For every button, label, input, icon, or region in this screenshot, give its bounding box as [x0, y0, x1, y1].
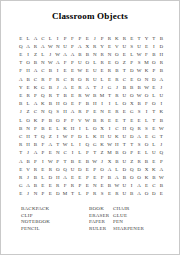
- grid-cell: V: [76, 116, 83, 124]
- grid-cell: L: [113, 165, 120, 173]
- page-title: Classroom Objects: [1, 11, 179, 21]
- grid-cell: L: [113, 100, 120, 108]
- grid-cell: L: [128, 50, 135, 58]
- grid-cell: T: [128, 141, 135, 149]
- grid-cell: R: [24, 91, 31, 99]
- grid-cell: T: [69, 190, 76, 198]
- grid-cell: T: [121, 67, 128, 75]
- grid-cell: B: [128, 83, 135, 91]
- grid-cell: R: [54, 182, 61, 190]
- grid-cell: E: [150, 157, 157, 165]
- grid-cell: W: [61, 141, 68, 149]
- grid-cell: N: [39, 108, 46, 116]
- grid-cell: C: [17, 132, 24, 140]
- grid-cell: A: [135, 132, 142, 140]
- grid-cell: B: [113, 149, 120, 157]
- grid-cell: P: [69, 59, 76, 67]
- word-column-2: BOOKERASERPAPERRULER: [89, 206, 109, 232]
- grid-cell: O: [128, 91, 135, 99]
- grid-cell: G: [150, 132, 157, 140]
- grid-cell: E: [158, 190, 165, 198]
- grid-cell: B: [84, 100, 91, 108]
- grid-cell: J: [98, 83, 105, 91]
- grid-cell: F: [69, 132, 76, 140]
- grid-cell: R: [39, 75, 46, 83]
- grid-cell: U: [121, 190, 128, 198]
- grid-cell: W: [84, 116, 91, 124]
- grid-cell: B: [84, 157, 91, 165]
- grid-cell: K: [39, 100, 46, 108]
- grid-cell: D: [135, 165, 142, 173]
- grid-cell: O: [91, 124, 98, 132]
- grid-cell: H: [91, 100, 98, 108]
- grid-cell: B: [69, 157, 76, 165]
- grid-cell: I: [24, 50, 31, 58]
- grid-cell: F: [76, 100, 83, 108]
- grid-cell: Q: [39, 132, 46, 140]
- grid-cell: H: [69, 124, 76, 132]
- grid-cell: B: [158, 34, 165, 42]
- grid-cell: Z: [98, 149, 105, 157]
- grid-cell: O: [113, 50, 120, 58]
- grid-cell: O: [143, 190, 150, 198]
- grid-cell: E: [113, 116, 120, 124]
- grid-cell: E: [121, 108, 128, 116]
- grid-cell: N: [91, 50, 98, 58]
- grid-cell: U: [135, 42, 142, 50]
- grid-cell: E: [47, 190, 54, 198]
- grid-cell: E: [84, 165, 91, 173]
- grid-cell: R: [113, 91, 120, 99]
- grid-cell: P: [32, 124, 39, 132]
- grid-cell: W: [143, 83, 150, 91]
- grid-cell: C: [61, 149, 68, 157]
- grid-cell: R: [106, 67, 113, 75]
- grid-cell: R: [17, 141, 24, 149]
- grid-cell: W: [106, 141, 113, 149]
- grid-cell: A: [158, 75, 165, 83]
- grid-cell: N: [91, 182, 98, 190]
- grid-cell: E: [98, 182, 105, 190]
- grid-cell: C: [32, 75, 39, 83]
- grid-cell: S: [98, 190, 105, 198]
- grid-cell: E: [69, 67, 76, 75]
- grid-cell: E: [128, 116, 135, 124]
- grid-cell: I: [106, 100, 113, 108]
- grid-cell: E: [143, 132, 150, 140]
- grid-cell: E: [91, 173, 98, 181]
- grid-cell: F: [39, 141, 46, 149]
- grid-cell: I: [76, 141, 83, 149]
- grid-cell: E: [98, 67, 105, 75]
- grid-cell: N: [54, 149, 61, 157]
- grid-cell: M: [106, 149, 113, 157]
- grid-cell: Q: [128, 165, 135, 173]
- grid-cell: I: [76, 124, 83, 132]
- grid-cell: T: [121, 116, 128, 124]
- grid-cell: K: [61, 124, 68, 132]
- word-list-item: CHAIR: [113, 206, 144, 213]
- grid-cell: R: [17, 173, 24, 181]
- grid-cell: C: [113, 124, 120, 132]
- grid-cell: E: [69, 83, 76, 91]
- grid-cell: U: [121, 157, 128, 165]
- grid-cell: E: [47, 124, 54, 132]
- grid-cell: E: [84, 182, 91, 190]
- worksheet-page: Classroom Objects ELACLIPFPEJPRKRETYTBQA…: [0, 0, 180, 255]
- grid-cell: P: [158, 157, 165, 165]
- grid-cell: T: [91, 149, 98, 157]
- grid-cell: E: [84, 34, 91, 42]
- grid-cell: E: [39, 182, 46, 190]
- grid-cell: P: [54, 157, 61, 165]
- grid-cell: B: [150, 50, 157, 58]
- grid-cell: T: [17, 59, 24, 67]
- grid-cell: L: [150, 91, 157, 99]
- grid-cell: L: [39, 173, 46, 181]
- grid-cell: O: [84, 59, 91, 67]
- grid-cell: L: [24, 100, 31, 108]
- grid-cell: B: [24, 157, 31, 165]
- grid-cell: C: [121, 75, 128, 83]
- grid-cell: C: [150, 182, 157, 190]
- grid-cell: D: [121, 165, 128, 173]
- word-list-item: BACKPACK: [21, 206, 50, 213]
- grid-cell: L: [84, 124, 91, 132]
- grid-cell: U: [121, 42, 128, 50]
- grid-cell: T: [106, 91, 113, 99]
- grid-cell: G: [39, 83, 46, 91]
- grid-cell: P: [84, 108, 91, 116]
- grid-cell: L: [143, 116, 150, 124]
- grid-cell: L: [84, 132, 91, 140]
- grid-cell: A: [113, 173, 120, 181]
- grid-cell: J: [24, 173, 31, 181]
- grid-cell: F: [69, 34, 76, 42]
- grid-cell: R: [98, 59, 105, 67]
- grid-cell: E: [106, 190, 113, 198]
- grid-cell: B: [17, 124, 24, 132]
- grid-cell: D: [47, 173, 54, 181]
- grid-cell: I: [98, 100, 105, 108]
- grid-cell: E: [17, 190, 24, 198]
- grid-cell: O: [24, 116, 31, 124]
- grid-cell: W: [47, 157, 54, 165]
- grid-cell: S: [135, 59, 142, 67]
- grid-cell: J: [158, 83, 165, 91]
- grid-cell: E: [17, 50, 24, 58]
- grid-cell: K: [32, 116, 39, 124]
- grid-cell: D: [150, 75, 157, 83]
- grid-cell: X: [106, 157, 113, 165]
- grid-cell: R: [121, 34, 128, 42]
- grid-cell: A: [76, 42, 83, 50]
- grid-cell: O: [135, 173, 142, 181]
- grid-cell: B: [17, 100, 24, 108]
- grid-cell: B: [113, 157, 120, 165]
- grid-cell: S: [54, 108, 61, 116]
- grid-cell: F: [143, 100, 150, 108]
- grid-cell: O: [76, 75, 83, 83]
- grid-cell: J: [24, 149, 31, 157]
- grid-cell: A: [47, 141, 54, 149]
- grid-cell: T: [54, 91, 61, 99]
- grid-cell: I: [128, 182, 135, 190]
- grid-cell: R: [98, 50, 105, 58]
- grid-cell: L: [17, 116, 24, 124]
- grid-cell: K: [150, 165, 157, 173]
- grid-cell: U: [158, 91, 165, 99]
- grid-cell: Y: [17, 83, 24, 91]
- grid-cell: R: [32, 42, 39, 50]
- grid-cell: D: [76, 165, 83, 173]
- grid-cell: B: [135, 83, 142, 91]
- grid-cell: M: [143, 59, 150, 67]
- grid-cell: I: [39, 157, 46, 165]
- grid-cell: R: [91, 42, 98, 50]
- word-column-3: CHAIRGLUEPENSHARPENER: [113, 206, 144, 232]
- grid-cell: O: [143, 91, 150, 99]
- grid-cell: R: [54, 75, 61, 83]
- grid-cell: O: [135, 75, 142, 83]
- grid-cell: B: [91, 91, 98, 99]
- grid-cell: P: [39, 116, 46, 124]
- grid-cell: J: [54, 83, 61, 91]
- grid-cell: B: [106, 173, 113, 181]
- grid-cell: E: [76, 157, 83, 165]
- grid-cell: E: [76, 173, 83, 181]
- grid-cell: J: [113, 83, 120, 91]
- grid-cell: P: [84, 173, 91, 181]
- grid-cell: N: [39, 59, 46, 67]
- grid-cell: R: [76, 83, 83, 91]
- grid-cell: R: [76, 108, 83, 116]
- word-list-item: CLIP: [21, 213, 50, 220]
- grid-cell: Q: [47, 108, 54, 116]
- grid-cell: T: [150, 34, 157, 42]
- grid-cell: O: [54, 116, 61, 124]
- grid-cell: U: [121, 182, 128, 190]
- grid-cell: L: [69, 141, 76, 149]
- grid-cell: S: [135, 141, 142, 149]
- grid-cell: T: [135, 34, 142, 42]
- grid-cell: T: [158, 132, 165, 140]
- grid-cell: W: [47, 59, 54, 67]
- grid-cell: Q: [39, 91, 46, 99]
- grid-cell: X: [143, 165, 150, 173]
- grid-cell: F: [61, 59, 68, 67]
- grid-cell: K: [32, 83, 39, 91]
- grid-cell: V: [24, 165, 31, 173]
- grid-cell: H: [54, 173, 61, 181]
- grid-cell: P: [39, 149, 46, 157]
- grid-cell: A: [69, 50, 76, 58]
- grid-cell: B: [24, 75, 31, 83]
- grid-cell: E: [69, 100, 76, 108]
- grid-cell: U: [61, 42, 68, 50]
- grid-cell: R: [98, 116, 105, 124]
- grid-cell: P: [128, 149, 135, 157]
- grid-cell: K: [98, 141, 105, 149]
- grid-cell: L: [76, 149, 83, 157]
- grid-cell: F: [47, 75, 54, 83]
- grid-cell: Q: [158, 149, 165, 157]
- grid-cell: P: [32, 157, 39, 165]
- grid-cell: N: [54, 42, 61, 50]
- grid-cell: B: [47, 83, 54, 91]
- grid-cell: W: [135, 91, 142, 99]
- grid-cell: A: [61, 173, 68, 181]
- grid-cell: U: [91, 67, 98, 75]
- grid-cell: P: [150, 67, 157, 75]
- grid-cell: B: [143, 157, 150, 165]
- grid-cell: T: [121, 141, 128, 149]
- grid-cell: E: [47, 182, 54, 190]
- grid-cell: F: [61, 182, 68, 190]
- grid-cell: B: [113, 67, 120, 75]
- grid-cell: N: [143, 75, 150, 83]
- grid-cell: T: [32, 132, 39, 140]
- grid-cell: J: [17, 108, 24, 116]
- grid-cell: J: [24, 190, 31, 198]
- grid-cell: U: [106, 132, 113, 140]
- grid-cell: B: [158, 116, 165, 124]
- grid-cell: L: [150, 141, 157, 149]
- grid-cell: P: [69, 42, 76, 50]
- grid-cell: D: [150, 190, 157, 198]
- grid-cell: P: [39, 190, 46, 198]
- grid-cell: W: [91, 157, 98, 165]
- grid-cell: B: [32, 182, 39, 190]
- grid-cell: S: [135, 108, 142, 116]
- grid-cell: B: [47, 100, 54, 108]
- grid-cell: V: [113, 42, 120, 50]
- word-list-item: NOTEBOOK: [21, 219, 50, 226]
- word-list-item: PENCIL: [21, 226, 50, 233]
- grid-cell: P: [128, 59, 135, 67]
- grid-cell: E: [24, 83, 31, 91]
- grid-cell: A: [54, 59, 61, 67]
- grid-cell: R: [135, 157, 142, 165]
- grid-cell: P: [91, 165, 98, 173]
- word-list-item: PEN: [113, 219, 144, 226]
- word-list: BACKPACKCLIPNOTEBOOKPENCIL BOOKERASERPAP…: [1, 206, 179, 236]
- grid-cell: I: [54, 67, 61, 75]
- grid-cell: W: [158, 173, 165, 181]
- grid-cell: R: [91, 190, 98, 198]
- grid-cell: H: [113, 141, 120, 149]
- grid-cell: A: [32, 34, 39, 42]
- grid-cell: B: [121, 173, 128, 181]
- grid-cell: T: [150, 108, 157, 116]
- grid-cell: O: [61, 100, 68, 108]
- grid-cell: E: [47, 149, 54, 157]
- grid-cell: O: [150, 100, 157, 108]
- grid-cell: R: [47, 165, 54, 173]
- grid-cell: L: [98, 75, 105, 83]
- grid-cell: M: [61, 190, 68, 198]
- grid-cell: G: [106, 83, 113, 91]
- grid-cell: W: [113, 182, 120, 190]
- grid-cell: S: [128, 42, 135, 50]
- grid-cell: N: [98, 108, 105, 116]
- grid-cell: R: [69, 182, 76, 190]
- grid-cell: I: [158, 100, 165, 108]
- grid-cell: B: [106, 182, 113, 190]
- grid-cell: B: [32, 59, 39, 67]
- grid-cell: W: [135, 50, 142, 58]
- word-search-grid: ELACLIPFPEJPRKRETYTBQARAWNUPAXRYEVUSUEID…: [17, 34, 165, 198]
- grid-cell: L: [39, 50, 46, 58]
- word-list-item: GLUE: [113, 213, 144, 220]
- grid-cell: J: [47, 50, 54, 58]
- grid-cell: Q: [61, 165, 68, 173]
- grid-cell: B: [158, 67, 165, 75]
- grid-cell: A: [158, 165, 165, 173]
- grid-cell: W: [47, 42, 54, 50]
- grid-cell: E: [84, 67, 91, 75]
- grid-cell: O: [121, 149, 128, 157]
- grid-cell: E: [150, 83, 157, 91]
- grid-cell: H: [98, 132, 105, 140]
- grid-cell: E: [150, 124, 157, 132]
- grid-cell: L: [76, 190, 83, 198]
- grid-cell: U: [121, 91, 128, 99]
- grid-cell: O: [98, 165, 105, 173]
- grid-cell: R: [69, 75, 76, 83]
- grid-cell: A: [32, 67, 39, 75]
- grid-cell: B: [47, 116, 54, 124]
- grid-cell: A: [24, 182, 31, 190]
- grid-cell: E: [106, 75, 113, 83]
- grid-cell: O: [121, 100, 128, 108]
- grid-cell: B: [135, 100, 142, 108]
- grid-cell: F: [69, 116, 76, 124]
- grid-cell: O: [24, 59, 31, 67]
- grid-cell: P: [32, 91, 39, 99]
- grid-cell: E: [106, 116, 113, 124]
- grid-cell: H: [121, 124, 128, 132]
- grid-cell: N: [24, 124, 31, 132]
- grid-cell: C: [32, 108, 39, 116]
- grid-cell: R: [76, 91, 83, 99]
- grid-cell: B: [39, 124, 46, 132]
- grid-cell: R: [84, 75, 91, 83]
- grid-cell: O: [113, 59, 120, 67]
- grid-cell: D: [128, 132, 135, 140]
- grid-cell: K: [143, 173, 150, 181]
- grid-cell: P: [61, 34, 68, 42]
- grid-cell: B: [32, 141, 39, 149]
- grid-cell: J: [98, 157, 105, 165]
- grid-cell: E: [135, 116, 142, 124]
- grid-cell: Y: [98, 42, 105, 50]
- grid-cell: I: [54, 34, 61, 42]
- grid-cell: Q: [84, 141, 91, 149]
- grid-cell: B: [150, 173, 157, 181]
- grid-cell: T: [54, 141, 61, 149]
- grid-cell: G: [17, 182, 24, 190]
- grid-cell: A: [135, 190, 142, 198]
- grid-cell: J: [91, 34, 98, 42]
- word-list-item: ERASER: [89, 213, 109, 220]
- grid-cell: I: [150, 42, 157, 50]
- grid-cell: A: [135, 182, 142, 190]
- grid-cell: W: [54, 50, 61, 58]
- grid-cell: L: [47, 34, 54, 42]
- grid-cell: X: [84, 42, 91, 50]
- grid-cell: E: [143, 182, 150, 190]
